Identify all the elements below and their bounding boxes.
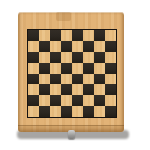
board-square-r1c2	[50, 41, 61, 52]
chess-board	[27, 29, 117, 118]
board-square-r2c2	[50, 52, 61, 63]
board-square-r7c0	[28, 106, 39, 117]
board-square-r1c1	[39, 41, 50, 52]
board-square-r3c1	[39, 63, 50, 74]
board-square-r6c1	[39, 95, 50, 106]
board-square-r1c7	[105, 41, 116, 52]
board-square-r2c0	[28, 52, 39, 63]
wooden-chess-box	[18, 12, 124, 132]
board-square-r7c3	[61, 106, 72, 117]
board-square-r5c2	[50, 84, 61, 95]
board-square-r6c4	[72, 95, 83, 106]
board-square-r4c7	[105, 74, 116, 85]
board-square-r2c4	[72, 52, 83, 63]
board-square-r6c6	[94, 95, 105, 106]
board-square-r0c4	[72, 30, 83, 41]
board-square-r0c3	[61, 30, 72, 41]
faint-logo-stamp	[56, 12, 71, 21]
board-square-r3c0	[28, 63, 39, 74]
board-square-r3c5	[83, 63, 94, 74]
board-square-r6c2	[50, 95, 61, 106]
board-square-r5c5	[83, 84, 94, 95]
board-square-r7c6	[94, 106, 105, 117]
board-square-r0c2	[50, 30, 61, 41]
board-square-r3c6	[94, 63, 105, 74]
board-square-r7c2	[50, 106, 61, 117]
board-square-r4c1	[39, 74, 50, 85]
board-square-r5c1	[39, 84, 50, 95]
board-square-r1c4	[72, 41, 83, 52]
board-square-r7c4	[72, 106, 83, 117]
board-square-r2c7	[105, 52, 116, 63]
board-square-r5c4	[72, 84, 83, 95]
board-square-r4c0	[28, 74, 39, 85]
metal-clasp	[68, 130, 75, 139]
board-square-r2c3	[61, 52, 72, 63]
board-square-r7c1	[39, 106, 50, 117]
product-photo	[0, 0, 150, 150]
board-square-r6c7	[105, 95, 116, 106]
board-square-r7c7	[105, 106, 116, 117]
board-square-r4c2	[50, 74, 61, 85]
board-square-r6c3	[61, 95, 72, 106]
board-square-r0c1	[39, 30, 50, 41]
board-square-r3c3	[61, 63, 72, 74]
board-square-r0c7	[105, 30, 116, 41]
board-square-r5c7	[105, 84, 116, 95]
board-square-r0c6	[94, 30, 105, 41]
board-square-r4c4	[72, 74, 83, 85]
board-square-r4c5	[83, 74, 94, 85]
board-square-r1c3	[61, 41, 72, 52]
board-square-r2c6	[94, 52, 105, 63]
board-square-r4c6	[94, 74, 105, 85]
board-square-r6c5	[83, 95, 94, 106]
board-square-r1c6	[94, 41, 105, 52]
board-square-r3c2	[50, 63, 61, 74]
board-square-r5c6	[94, 84, 105, 95]
board-square-r3c4	[72, 63, 83, 74]
board-square-r5c0	[28, 84, 39, 95]
board-square-r1c5	[83, 41, 94, 52]
board-square-r6c0	[28, 95, 39, 106]
board-square-r7c5	[83, 106, 94, 117]
board-square-r5c3	[61, 84, 72, 95]
board-square-r3c7	[105, 63, 116, 74]
board-square-r4c3	[61, 74, 72, 85]
board-square-r1c0	[28, 41, 39, 52]
board-square-r2c5	[83, 52, 94, 63]
board-square-r2c1	[39, 52, 50, 63]
board-square-r0c0	[28, 30, 39, 41]
board-square-r0c5	[83, 30, 94, 41]
